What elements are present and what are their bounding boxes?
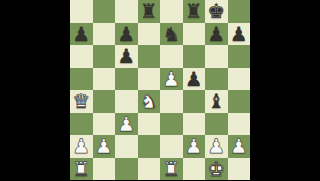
square-e4[interactable] — [160, 90, 183, 113]
white-queen-a4[interactable]: ♛ — [70, 90, 93, 113]
square-d1[interactable] — [138, 158, 161, 181]
square-g8[interactable]: ♚ — [205, 0, 228, 23]
square-e2[interactable] — [160, 135, 183, 158]
black-pawn-h7[interactable]: ♟ — [228, 23, 251, 46]
white-rook-e1[interactable]: ♜ — [160, 158, 183, 181]
square-a2[interactable]: ♟ — [70, 135, 93, 158]
square-e7[interactable]: ♞ — [160, 23, 183, 46]
square-g1[interactable]: ♚ — [205, 158, 228, 181]
white-pawn-e5[interactable]: ♟ — [160, 68, 183, 91]
square-d7[interactable] — [138, 23, 161, 46]
square-d2[interactable] — [138, 135, 161, 158]
square-b3[interactable] — [93, 113, 116, 136]
square-e1[interactable]: ♜ — [160, 158, 183, 181]
square-a1[interactable]: ♜ — [70, 158, 93, 181]
square-g4[interactable]: ♝ — [205, 90, 228, 113]
white-pawn-h2[interactable]: ♟ — [228, 135, 251, 158]
square-d6[interactable] — [138, 45, 161, 68]
white-pawn-a2[interactable]: ♟ — [70, 135, 93, 158]
black-pawn-c6[interactable]: ♟ — [115, 45, 138, 68]
chess-board: ♜♜♚♟♟♞♟♟♟♟♟♛♞♝♟♟♟♟♟♟♜♜♚ — [70, 0, 250, 180]
square-c3[interactable]: ♟ — [115, 113, 138, 136]
square-b4[interactable] — [93, 90, 116, 113]
square-c4[interactable] — [115, 90, 138, 113]
square-c5[interactable] — [115, 68, 138, 91]
white-pawn-c3[interactable]: ♟ — [115, 113, 138, 136]
black-knight-e7[interactable]: ♞ — [160, 23, 183, 46]
black-rook-d8[interactable]: ♜ — [138, 0, 161, 23]
white-pawn-b2[interactable]: ♟ — [93, 135, 116, 158]
square-g3[interactable] — [205, 113, 228, 136]
square-c1[interactable] — [115, 158, 138, 181]
square-c2[interactable] — [115, 135, 138, 158]
square-c6[interactable]: ♟ — [115, 45, 138, 68]
white-pawn-g2[interactable]: ♟ — [205, 135, 228, 158]
square-e8[interactable] — [160, 0, 183, 23]
square-d8[interactable]: ♜ — [138, 0, 161, 23]
square-b5[interactable] — [93, 68, 116, 91]
square-c8[interactable] — [115, 0, 138, 23]
square-e3[interactable] — [160, 113, 183, 136]
left-black-bar — [0, 0, 70, 180]
square-b1[interactable] — [93, 158, 116, 181]
square-g6[interactable] — [205, 45, 228, 68]
square-a5[interactable] — [70, 68, 93, 91]
black-rook-f8[interactable]: ♜ — [183, 0, 206, 23]
black-king-g8[interactable]: ♚ — [205, 0, 228, 23]
black-pawn-a7[interactable]: ♟ — [70, 23, 93, 46]
black-bishop-g4[interactable]: ♝ — [205, 90, 228, 113]
square-f8[interactable]: ♜ — [183, 0, 206, 23]
square-a4[interactable]: ♛ — [70, 90, 93, 113]
square-f2[interactable]: ♟ — [183, 135, 206, 158]
square-a8[interactable] — [70, 0, 93, 23]
black-pawn-g7[interactable]: ♟ — [205, 23, 228, 46]
square-h4[interactable] — [228, 90, 251, 113]
right-black-bar — [250, 0, 320, 180]
square-b7[interactable] — [93, 23, 116, 46]
black-pawn-f5[interactable]: ♟ — [183, 68, 206, 91]
square-a3[interactable] — [70, 113, 93, 136]
square-c7[interactable]: ♟ — [115, 23, 138, 46]
square-f1[interactable] — [183, 158, 206, 181]
white-rook-a1[interactable]: ♜ — [70, 158, 93, 181]
square-b6[interactable] — [93, 45, 116, 68]
square-a7[interactable]: ♟ — [70, 23, 93, 46]
square-g2[interactable]: ♟ — [205, 135, 228, 158]
square-d3[interactable] — [138, 113, 161, 136]
square-h7[interactable]: ♟ — [228, 23, 251, 46]
square-h2[interactable]: ♟ — [228, 135, 251, 158]
square-b2[interactable]: ♟ — [93, 135, 116, 158]
white-knight-d4[interactable]: ♞ — [138, 90, 161, 113]
square-h8[interactable] — [228, 0, 251, 23]
square-f6[interactable] — [183, 45, 206, 68]
square-f7[interactable] — [183, 23, 206, 46]
square-d5[interactable] — [138, 68, 161, 91]
square-g5[interactable] — [205, 68, 228, 91]
white-king-g1[interactable]: ♚ — [205, 158, 228, 181]
square-e6[interactable] — [160, 45, 183, 68]
square-b8[interactable] — [93, 0, 116, 23]
square-f5[interactable]: ♟ — [183, 68, 206, 91]
square-f3[interactable] — [183, 113, 206, 136]
square-d4[interactable]: ♞ — [138, 90, 161, 113]
square-h5[interactable] — [228, 68, 251, 91]
square-e5[interactable]: ♟ — [160, 68, 183, 91]
square-g7[interactable]: ♟ — [205, 23, 228, 46]
black-pawn-c7[interactable]: ♟ — [115, 23, 138, 46]
white-pawn-f2[interactable]: ♟ — [183, 135, 206, 158]
square-h1[interactable] — [228, 158, 251, 181]
square-h3[interactable] — [228, 113, 251, 136]
square-h6[interactable] — [228, 45, 251, 68]
square-f4[interactable] — [183, 90, 206, 113]
square-a6[interactable] — [70, 45, 93, 68]
